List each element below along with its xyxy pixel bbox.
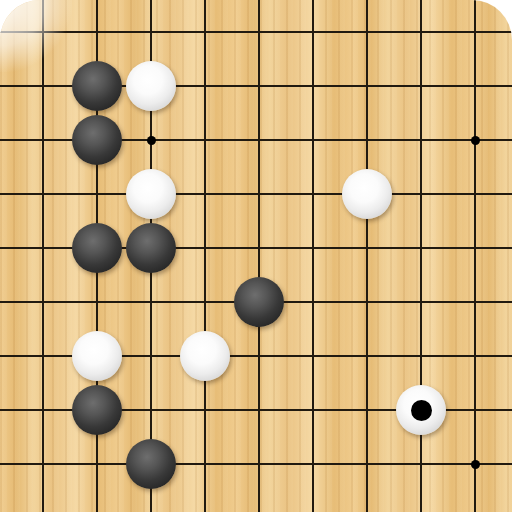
grid-line-vertical <box>42 0 45 512</box>
black-stone <box>72 61 122 111</box>
grid-line-horizontal <box>0 193 512 196</box>
page-background <box>0 0 512 512</box>
star-point <box>471 136 480 145</box>
black-stone <box>72 385 122 435</box>
black-stone <box>126 223 176 273</box>
grid-line-horizontal <box>0 463 512 466</box>
white-stone <box>180 331 230 381</box>
grid-line-vertical <box>312 0 315 512</box>
grid-line-vertical <box>366 0 369 512</box>
white-stone <box>396 385 446 435</box>
last-move-marker-icon <box>411 400 432 421</box>
star-point <box>147 136 156 145</box>
black-stone <box>126 439 176 489</box>
grid-line-vertical <box>258 0 261 512</box>
white-stone <box>126 169 176 219</box>
star-point <box>471 460 480 469</box>
grid-line-vertical <box>420 0 423 512</box>
black-stone <box>234 277 284 327</box>
white-stone <box>342 169 392 219</box>
go-board[interactable] <box>0 0 512 512</box>
white-stone <box>72 331 122 381</box>
white-stone <box>126 61 176 111</box>
grid-line-horizontal <box>0 31 512 34</box>
black-stone <box>72 115 122 165</box>
grid-line-vertical <box>474 0 477 512</box>
grid-line-vertical <box>204 0 207 512</box>
black-stone <box>72 223 122 273</box>
